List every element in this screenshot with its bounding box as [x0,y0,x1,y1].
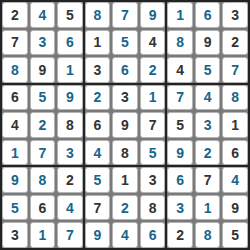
sudoku-cell-r4c8-solved[interactable]: 4 [195,85,221,111]
sudoku-cell-r6c4-solved[interactable]: 4 [85,140,111,166]
sudoku-cell-r8c7-solved[interactable]: 3 [167,195,193,221]
sudoku-cell-r5c5-given[interactable]: 9 [112,112,138,138]
sudoku-cell-r2c4-given[interactable]: 1 [85,30,111,56]
sudoku-cell-r5c9-given[interactable]: 1 [222,112,248,138]
sudoku-box-5: 231697485 [85,85,166,166]
sudoku-cell-r1c7-solved[interactable]: 1 [167,2,193,28]
sudoku-cell-r9c3-solved[interactable]: 7 [57,222,83,248]
sudoku-cell-r4c7-solved[interactable]: 7 [167,85,193,111]
sudoku-box-2: 879154362 [85,2,166,83]
sudoku-cell-r2c2-solved[interactable]: 3 [30,30,56,56]
sudoku-cell-r4c9-solved[interactable]: 8 [222,85,248,111]
sudoku-cell-r3c6-solved[interactable]: 2 [140,57,166,83]
sudoku-cell-r4c6-solved[interactable]: 1 [140,85,166,111]
sudoku-cell-r2c6-given[interactable]: 4 [140,30,166,56]
sudoku-cell-r7c1-solved[interactable]: 9 [2,167,28,193]
sudoku-cell-r8c9-given[interactable]: 9 [222,195,248,221]
sudoku-cell-r9c5-solved[interactable]: 4 [112,222,138,248]
sudoku-cell-r5c7-given[interactable]: 5 [167,112,193,138]
sudoku-cell-r8c4-given[interactable]: 7 [85,195,111,221]
sudoku-cell-r9c9-given[interactable]: 5 [222,222,248,248]
sudoku-cell-r8c1-solved[interactable]: 5 [2,195,28,221]
sudoku-cell-r1c6-solved[interactable]: 9 [140,2,166,28]
sudoku-cell-r3c9-solved[interactable]: 7 [222,57,248,83]
sudoku-cell-r9c2-solved[interactable]: 1 [30,222,56,248]
sudoku-cell-r4c1-given[interactable]: 6 [2,85,28,111]
sudoku-cell-r3c8-solved[interactable]: 5 [195,57,221,83]
sudoku-cell-r7c5-given[interactable]: 1 [112,167,138,193]
sudoku-cell-r9c6-solved[interactable]: 6 [140,222,166,248]
sudoku-box-1: 245736891 [2,2,83,83]
sudoku-cell-r6c9-given[interactable]: 6 [222,140,248,166]
sudoku-cell-r6c7-solved[interactable]: 9 [167,140,193,166]
sudoku-cell-r6c6-solved[interactable]: 5 [140,140,166,166]
sudoku-cell-r3c7-given[interactable]: 4 [167,57,193,83]
sudoku-cell-r1c3-given[interactable]: 5 [57,2,83,28]
sudoku-cell-r5c4-given[interactable]: 6 [85,112,111,138]
sudoku-box-9: 674319285 [167,167,248,248]
sudoku-cell-r7c6-given[interactable]: 3 [140,167,166,193]
sudoku-box-6: 748531926 [167,85,248,166]
sudoku-cell-r6c2-solved[interactable]: 7 [30,140,56,166]
sudoku-cell-r1c1-given[interactable]: 2 [2,2,28,28]
sudoku-cell-r5c8-solved[interactable]: 3 [195,112,221,138]
sudoku-cell-r9c8-solved[interactable]: 8 [195,222,221,248]
sudoku-cell-r6c5-given[interactable]: 8 [112,140,138,166]
sudoku-cell-r9c4-solved[interactable]: 9 [85,222,111,248]
sudoku-cell-r1c4-solved[interactable]: 8 [85,2,111,28]
sudoku-cell-r4c5-given[interactable]: 3 [112,85,138,111]
sudoku-cell-r5c3-given[interactable]: 8 [57,112,83,138]
sudoku-cell-r2c3-solved[interactable]: 6 [57,30,83,56]
sudoku-cell-r2c1-given[interactable]: 7 [2,30,28,56]
sudoku-cell-r6c3-solved[interactable]: 3 [57,140,83,166]
sudoku-cell-r3c3-solved[interactable]: 1 [57,57,83,83]
sudoku-cell-r3c2-given[interactable]: 9 [30,57,56,83]
sudoku-cell-r6c8-solved[interactable]: 2 [195,140,221,166]
sudoku-cell-r5c1-given[interactable]: 4 [2,112,28,138]
sudoku-cell-r3c4-given[interactable]: 3 [85,57,111,83]
sudoku-box-4: 659428173 [2,85,83,166]
sudoku-cell-r8c3-solved[interactable]: 4 [57,195,83,221]
sudoku-cell-r2c7-solved[interactable]: 8 [167,30,193,56]
sudoku-cell-r7c7-solved[interactable]: 6 [167,167,193,193]
sudoku-cell-r9c7-given[interactable]: 2 [167,222,193,248]
sudoku-cell-r8c2-given[interactable]: 6 [30,195,56,221]
sudoku-cell-r7c4-solved[interactable]: 5 [85,167,111,193]
sudoku-cell-r7c2-solved[interactable]: 8 [30,167,56,193]
sudoku-box-7: 982564317 [2,167,83,248]
sudoku-cell-r4c4-solved[interactable]: 2 [85,85,111,111]
sudoku-cell-r1c8-solved[interactable]: 6 [195,2,221,28]
sudoku-cell-r8c5-solved[interactable]: 2 [112,195,138,221]
sudoku-cell-r2c5-solved[interactable]: 5 [112,30,138,56]
sudoku-board: 2457368918791543621638924576594281732316… [0,0,250,250]
sudoku-cell-r1c2-solved[interactable]: 4 [30,2,56,28]
sudoku-cell-r7c3-given[interactable]: 2 [57,167,83,193]
sudoku-cell-r5c2-solved[interactable]: 2 [30,112,56,138]
sudoku-cell-r1c5-solved[interactable]: 7 [112,2,138,28]
sudoku-cell-r7c9-solved[interactable]: 4 [222,167,248,193]
sudoku-cell-r3c1-solved[interactable]: 8 [2,57,28,83]
sudoku-box-8: 513728946 [85,167,166,248]
sudoku-cell-r2c8-given[interactable]: 9 [195,30,221,56]
sudoku-box-3: 163892457 [167,2,248,83]
sudoku-cell-r4c3-solved[interactable]: 9 [57,85,83,111]
sudoku-cell-r6c1-solved[interactable]: 1 [2,140,28,166]
sudoku-cell-r7c8-given[interactable]: 7 [195,167,221,193]
sudoku-cell-r8c6-given[interactable]: 8 [140,195,166,221]
sudoku-cell-r2c9-given[interactable]: 2 [222,30,248,56]
sudoku-cell-r3c5-solved[interactable]: 6 [112,57,138,83]
sudoku-cell-r8c8-solved[interactable]: 1 [195,195,221,221]
sudoku-cell-r4c2-solved[interactable]: 5 [30,85,56,111]
sudoku-cell-r9c1-given[interactable]: 3 [2,222,28,248]
sudoku-cell-r5c6-given[interactable]: 7 [140,112,166,138]
sudoku-cell-r1c9-given[interactable]: 3 [222,2,248,28]
